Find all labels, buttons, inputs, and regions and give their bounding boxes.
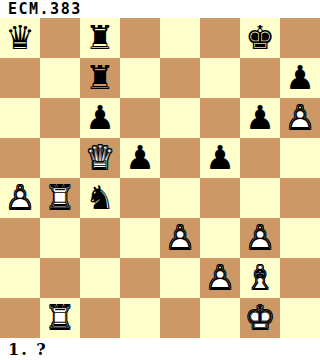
square-h4[interactable] [280, 178, 320, 218]
black-pawn: ♟ [200, 138, 240, 178]
white-king: ♔ [240, 298, 280, 338]
square-c2[interactable] [80, 258, 120, 298]
square-f1[interactable] [200, 298, 240, 338]
white-pawn: ♙ [280, 98, 320, 138]
square-g6[interactable]: ♟ [240, 98, 280, 138]
square-f2[interactable]: ♟♙ [200, 258, 240, 298]
square-g4[interactable] [240, 178, 280, 218]
square-e8[interactable] [160, 18, 200, 58]
square-b1[interactable]: ♜♖ [40, 298, 80, 338]
white-pawn-fill: ♟ [160, 218, 200, 258]
prompt-bar: 1. ? [0, 338, 320, 360]
square-f3[interactable] [200, 218, 240, 258]
black-king: ♚ [240, 18, 280, 58]
square-f8[interactable] [200, 18, 240, 58]
square-a5[interactable] [0, 138, 40, 178]
square-f4[interactable] [200, 178, 240, 218]
square-f6[interactable] [200, 98, 240, 138]
square-b3[interactable] [40, 218, 80, 258]
square-c4[interactable]: ♞ [80, 178, 120, 218]
chess-diagram-page: ECM.383 ♛♜♚♜♟♟♟♟♙♛♕♟♟♟♙♜♖♞♟♙♟♙♟♙♝♗♜♖♚♔ 1… [0, 0, 320, 360]
white-bishop: ♗ [240, 258, 280, 298]
square-g7[interactable] [240, 58, 280, 98]
white-pawn-fill: ♟ [200, 258, 240, 298]
square-g5[interactable] [240, 138, 280, 178]
black-pawn: ♟ [240, 98, 280, 138]
square-e6[interactable] [160, 98, 200, 138]
black-rook: ♜ [80, 18, 120, 58]
black-knight: ♞ [80, 178, 120, 218]
white-rook-fill: ♜ [40, 298, 80, 338]
square-a1[interactable] [0, 298, 40, 338]
square-h7[interactable]: ♟ [280, 58, 320, 98]
square-d7[interactable] [120, 58, 160, 98]
white-pawn: ♙ [0, 178, 40, 218]
square-d1[interactable] [120, 298, 160, 338]
square-h2[interactable] [280, 258, 320, 298]
page-title: ECM.383 [8, 0, 82, 18]
square-d2[interactable] [120, 258, 160, 298]
square-h5[interactable] [280, 138, 320, 178]
square-c8[interactable]: ♜ [80, 18, 120, 58]
white-pawn-fill: ♟ [240, 218, 280, 258]
black-rook: ♜ [80, 58, 120, 98]
white-queen: ♕ [80, 138, 120, 178]
white-bishop-fill: ♝ [240, 258, 280, 298]
square-e7[interactable] [160, 58, 200, 98]
square-a2[interactable] [0, 258, 40, 298]
square-g1[interactable]: ♚♔ [240, 298, 280, 338]
square-c7[interactable]: ♜ [80, 58, 120, 98]
black-pawn: ♟ [280, 58, 320, 98]
white-king-fill: ♚ [240, 298, 280, 338]
white-rook: ♖ [40, 298, 80, 338]
square-h8[interactable] [280, 18, 320, 58]
square-c1[interactable] [80, 298, 120, 338]
black-queen: ♛ [0, 18, 40, 58]
chess-board: ♛♜♚♜♟♟♟♟♙♛♕♟♟♟♙♜♖♞♟♙♟♙♟♙♝♗♜♖♚♔ [0, 18, 320, 338]
white-rook-fill: ♜ [40, 178, 80, 218]
black-pawn: ♟ [120, 138, 160, 178]
white-rook: ♖ [40, 178, 80, 218]
square-d3[interactable] [120, 218, 160, 258]
square-d8[interactable] [120, 18, 160, 58]
black-pawn: ♟ [80, 98, 120, 138]
square-a4[interactable]: ♟♙ [0, 178, 40, 218]
square-b6[interactable] [40, 98, 80, 138]
square-d6[interactable] [120, 98, 160, 138]
square-f5[interactable]: ♟ [200, 138, 240, 178]
square-e5[interactable] [160, 138, 200, 178]
square-a8[interactable]: ♛ [0, 18, 40, 58]
square-e1[interactable] [160, 298, 200, 338]
square-d5[interactable]: ♟ [120, 138, 160, 178]
square-a6[interactable] [0, 98, 40, 138]
white-queen-fill: ♛ [80, 138, 120, 178]
square-c3[interactable] [80, 218, 120, 258]
square-h1[interactable] [280, 298, 320, 338]
square-c6[interactable]: ♟ [80, 98, 120, 138]
white-pawn: ♙ [200, 258, 240, 298]
square-g3[interactable]: ♟♙ [240, 218, 280, 258]
square-b5[interactable] [40, 138, 80, 178]
white-pawn: ♙ [160, 218, 200, 258]
square-h6[interactable]: ♟♙ [280, 98, 320, 138]
square-b4[interactable]: ♜♖ [40, 178, 80, 218]
square-g2[interactable]: ♝♗ [240, 258, 280, 298]
square-h3[interactable] [280, 218, 320, 258]
square-d4[interactable] [120, 178, 160, 218]
white-pawn: ♙ [240, 218, 280, 258]
square-e3[interactable]: ♟♙ [160, 218, 200, 258]
square-f7[interactable] [200, 58, 240, 98]
title-bar: ECM.383 [0, 0, 320, 18]
square-a7[interactable] [0, 58, 40, 98]
white-pawn-fill: ♟ [0, 178, 40, 218]
square-e2[interactable] [160, 258, 200, 298]
square-g8[interactable]: ♚ [240, 18, 280, 58]
white-pawn-fill: ♟ [280, 98, 320, 138]
square-b8[interactable] [40, 18, 80, 58]
square-b7[interactable] [40, 58, 80, 98]
square-a3[interactable] [0, 218, 40, 258]
square-c5[interactable]: ♛♕ [80, 138, 120, 178]
square-e4[interactable] [160, 178, 200, 218]
square-b2[interactable] [40, 258, 80, 298]
move-prompt: 1. ? [8, 340, 48, 359]
